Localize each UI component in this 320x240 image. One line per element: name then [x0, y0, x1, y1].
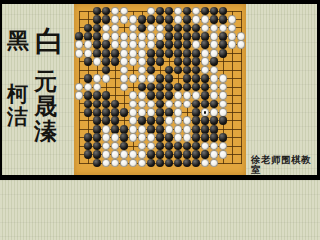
white-stone [102, 133, 111, 142]
black-stone [84, 74, 93, 83]
white-stone [210, 49, 219, 58]
white-stone [165, 116, 174, 125]
black-stone [102, 108, 111, 117]
black-stone [174, 49, 183, 58]
black-stone [192, 66, 201, 75]
black-stone [111, 108, 120, 117]
white-stone [120, 32, 129, 41]
black-stone [210, 7, 219, 16]
black-stone [192, 100, 201, 109]
black-stone [156, 108, 165, 117]
white-stone [102, 24, 111, 33]
black-stone [174, 57, 183, 66]
black-stone [201, 125, 210, 134]
white-stone [183, 125, 192, 134]
black-stone [174, 159, 183, 168]
white-stone [111, 142, 120, 151]
black-stone [156, 142, 165, 151]
black-stone [156, 91, 165, 100]
white-stone [129, 24, 138, 33]
white-stone [111, 133, 120, 142]
white-stone [147, 74, 156, 83]
white-stone [147, 142, 156, 151]
white-stone [111, 15, 120, 24]
black-stone [84, 91, 93, 100]
white-stone [228, 15, 237, 24]
white-stone [192, 15, 201, 24]
white-stone [102, 32, 111, 41]
black-stone [138, 24, 147, 33]
black-stone [192, 116, 201, 125]
white-stone [138, 125, 147, 134]
black-stone [210, 133, 219, 142]
white-stone [201, 142, 210, 151]
black-stone [147, 125, 156, 134]
black-stone [111, 49, 120, 58]
black-stone [165, 24, 174, 33]
black-stone [120, 142, 129, 151]
black-stone [183, 24, 192, 33]
black-stone [201, 32, 210, 41]
black-stone [120, 108, 129, 117]
white-stone [192, 91, 201, 100]
white-stone [102, 150, 111, 159]
white-stone [210, 40, 219, 49]
white-stone [129, 91, 138, 100]
black-stone [84, 100, 93, 109]
black-stone [147, 66, 156, 75]
black-stone [183, 142, 192, 151]
black-stone [156, 74, 165, 83]
white-stone [120, 74, 129, 83]
black-stone [84, 32, 93, 41]
black-stone [192, 24, 201, 33]
white-stone [111, 32, 120, 41]
white-stone [120, 15, 129, 24]
black-stone [93, 40, 102, 49]
black-stone [219, 40, 228, 49]
black-stone [93, 91, 102, 100]
black-stone [93, 24, 102, 33]
white-stone [201, 159, 210, 168]
white-stone [111, 40, 120, 49]
white-stone [219, 74, 228, 83]
white-stone [84, 83, 93, 92]
white-stone [174, 108, 183, 117]
black-stone [156, 7, 165, 16]
white-stone [138, 100, 147, 109]
black-stone [93, 159, 102, 168]
black-stone [93, 32, 102, 41]
white-stone [93, 83, 102, 92]
black-stone [210, 100, 219, 109]
white-stone [147, 133, 156, 142]
white-stone [120, 49, 129, 58]
black-stone [192, 133, 201, 142]
white-stone [156, 24, 165, 33]
black-stone [201, 40, 210, 49]
white-stone [120, 159, 129, 168]
white-stone [219, 108, 228, 117]
black-stone [192, 57, 201, 66]
black-stone [111, 125, 120, 134]
black-side-label: 黑 [7, 30, 29, 52]
black-stone [84, 108, 93, 117]
black-stone [165, 49, 174, 58]
white-stone [147, 108, 156, 117]
white-stone [237, 32, 246, 41]
black-stone [183, 74, 192, 83]
black-stone [210, 116, 219, 125]
white-stone [84, 40, 93, 49]
white-stone [129, 57, 138, 66]
white-stone [174, 133, 183, 142]
black-stone [147, 91, 156, 100]
go-board[interactable] [74, 4, 246, 175]
black-stone [102, 66, 111, 75]
black-stone [201, 133, 210, 142]
white-stone [174, 15, 183, 24]
black-stone [147, 159, 156, 168]
black-stone [156, 49, 165, 58]
white-stone [201, 66, 210, 75]
white-stone [120, 83, 129, 92]
black-stone [156, 116, 165, 125]
white-side-label: 白 [35, 27, 64, 56]
white-stone [210, 150, 219, 159]
black-stone [192, 108, 201, 117]
black-stone [183, 159, 192, 168]
black-stone [93, 15, 102, 24]
white-stone [174, 116, 183, 125]
white-stone [129, 40, 138, 49]
white-stone [228, 40, 237, 49]
white-stone [201, 57, 210, 66]
black-stone [174, 142, 183, 151]
black-stone [147, 49, 156, 58]
black-stone [192, 159, 201, 168]
white-stone [138, 142, 147, 151]
black-stone [102, 7, 111, 16]
white-stone [129, 49, 138, 58]
black-stone [156, 150, 165, 159]
black-stone [210, 15, 219, 24]
black-stone [93, 150, 102, 159]
black-stone [183, 57, 192, 66]
black-stone [165, 91, 174, 100]
black-stone [165, 66, 174, 75]
white-stone [147, 40, 156, 49]
black-stone [111, 116, 120, 125]
white-stone [210, 32, 219, 41]
black-stone [219, 7, 228, 16]
white-stone [201, 15, 210, 24]
black-stone [192, 32, 201, 41]
black-stone [84, 133, 93, 142]
white-stone [120, 7, 129, 16]
white-stone [174, 125, 183, 134]
black-stone [147, 150, 156, 159]
white-stone [174, 100, 183, 109]
black-stone [174, 32, 183, 41]
black-stone [156, 40, 165, 49]
black-stone [183, 15, 192, 24]
black-stone [183, 66, 192, 75]
white-stone [147, 100, 156, 109]
white-stone [192, 40, 201, 49]
black-stone [210, 57, 219, 66]
black-stone [84, 24, 93, 33]
white-stone [210, 66, 219, 75]
white-stone [111, 150, 120, 159]
black-stone [174, 66, 183, 75]
black-stone [165, 142, 174, 151]
black-stone [111, 100, 120, 109]
white-stone [84, 49, 93, 58]
black-stone [156, 133, 165, 142]
white-stone [129, 125, 138, 134]
letterbox-left [0, 0, 2, 180]
white-stone [138, 159, 147, 168]
white-stone [120, 57, 129, 66]
letterbox-bottom [0, 175, 320, 180]
black-stone [183, 40, 192, 49]
black-stone [192, 125, 201, 134]
black-stone [120, 125, 129, 134]
white-stone [201, 24, 210, 33]
white-stone [228, 32, 237, 41]
white-stone [210, 74, 219, 83]
white-stone [93, 57, 102, 66]
white-stone [129, 150, 138, 159]
white-stone [138, 108, 147, 117]
black-stone [93, 125, 102, 134]
black-stone [93, 133, 102, 142]
white-stone [138, 66, 147, 75]
white-stone [120, 66, 129, 75]
black-stone [84, 57, 93, 66]
black-stone [219, 32, 228, 41]
black-stone [102, 15, 111, 24]
black-stone [102, 100, 111, 109]
black-stone [165, 108, 174, 117]
white-stone [93, 74, 102, 83]
black-stone [93, 7, 102, 16]
black-stone [147, 57, 156, 66]
black-stone [165, 74, 174, 83]
white-stone [111, 7, 120, 16]
black-stone [174, 83, 183, 92]
white-stone [228, 24, 237, 33]
white-stone [210, 142, 219, 151]
white-stone [111, 24, 120, 33]
black-player-name: 柯洁 [7, 82, 29, 128]
black-stone [102, 91, 111, 100]
black-stone [192, 74, 201, 83]
white-stone [120, 40, 129, 49]
white-stone [210, 91, 219, 100]
white-stone [147, 32, 156, 41]
black-stone [102, 57, 111, 66]
white-stone [174, 7, 183, 16]
white-stone [165, 100, 174, 109]
white-stone [210, 24, 219, 33]
black-stone [156, 100, 165, 109]
white-stone [138, 74, 147, 83]
black-stone [201, 74, 210, 83]
black-stone [165, 15, 174, 24]
black-stone [192, 49, 201, 58]
black-stone [174, 150, 183, 159]
black-stone [183, 49, 192, 58]
black-stone [201, 150, 210, 159]
black-stone [102, 116, 111, 125]
white-stone [219, 83, 228, 92]
black-stone [219, 133, 228, 142]
black-stone [93, 142, 102, 151]
white-stone [138, 150, 147, 159]
white-stone [210, 159, 219, 168]
white-stone [75, 83, 84, 92]
black-stone [192, 150, 201, 159]
white-stone [111, 159, 120, 168]
white-stone [138, 32, 147, 41]
white-stone [102, 142, 111, 151]
white-stone [219, 24, 228, 33]
white-stone [129, 133, 138, 142]
white-stone [165, 125, 174, 134]
white-stone [138, 49, 147, 58]
channel-watermark: 徐老师围棋教室 [251, 155, 320, 174]
black-stone [201, 91, 210, 100]
white-stone [219, 100, 228, 109]
white-stone [138, 133, 147, 142]
black-stone [165, 40, 174, 49]
black-stone [75, 32, 84, 41]
white-stone [75, 49, 84, 58]
video-thumbnail: { "game": "go", "board_size": 19, "label… [0, 0, 320, 180]
black-stone [156, 125, 165, 134]
white-stone [219, 142, 228, 151]
white-stone [129, 32, 138, 41]
black-stone [165, 83, 174, 92]
white-stone [210, 108, 219, 117]
black-stone [84, 142, 93, 151]
black-stone [201, 116, 210, 125]
white-stone [183, 91, 192, 100]
black-stone [147, 116, 156, 125]
white-stone [129, 159, 138, 168]
black-stone [111, 57, 120, 66]
black-stone [156, 15, 165, 24]
black-stone [156, 57, 165, 66]
black-stone [147, 83, 156, 92]
black-stone [120, 133, 129, 142]
black-stone [219, 49, 228, 58]
white-stone [138, 57, 147, 66]
white-stone-last-move [201, 108, 210, 117]
white-stone [138, 91, 147, 100]
white-stone [129, 74, 138, 83]
black-stone [201, 83, 210, 92]
black-stone [174, 24, 183, 33]
black-stone [138, 116, 147, 125]
white-stone [192, 7, 201, 16]
black-stone [183, 32, 192, 41]
white-stone [147, 7, 156, 16]
black-stone [138, 15, 147, 24]
black-stone [84, 150, 93, 159]
black-stone [174, 40, 183, 49]
black-stone [219, 15, 228, 24]
black-stone [165, 7, 174, 16]
white-stone [138, 40, 147, 49]
white-stone [129, 116, 138, 125]
white-stone [219, 91, 228, 100]
white-stone [201, 49, 210, 58]
white-stone [219, 150, 228, 159]
white-stone [237, 40, 246, 49]
white-stone [129, 100, 138, 109]
white-stone [102, 159, 111, 168]
black-stone [93, 100, 102, 109]
black-stone [93, 108, 102, 117]
black-stone [156, 159, 165, 168]
black-stone [156, 83, 165, 92]
black-stone [192, 83, 201, 92]
black-stone [165, 133, 174, 142]
black-stone [219, 116, 228, 125]
white-player-name: 元晟溱 [34, 69, 58, 144]
black-stone [210, 125, 219, 134]
white-stone [129, 15, 138, 24]
black-stone [93, 116, 102, 125]
black-stone [102, 49, 111, 58]
white-stone [120, 150, 129, 159]
black-stone [201, 100, 210, 109]
white-stone [147, 24, 156, 33]
white-stone [75, 40, 84, 49]
black-stone [183, 150, 192, 159]
black-stone [183, 83, 192, 92]
black-stone [102, 40, 111, 49]
white-stone [183, 116, 192, 125]
white-stone [102, 125, 111, 134]
white-stone [210, 83, 219, 92]
white-stone [183, 100, 192, 109]
white-stone [75, 91, 84, 100]
white-stone [156, 32, 165, 41]
white-stone [183, 133, 192, 142]
black-stone [138, 83, 147, 92]
black-stone [165, 159, 174, 168]
black-stone [165, 150, 174, 159]
black-stone [201, 7, 210, 16]
black-stone [93, 49, 102, 58]
black-stone [183, 7, 192, 16]
white-stone [174, 91, 183, 100]
black-stone [165, 32, 174, 41]
black-stone [192, 142, 201, 151]
white-stone [102, 74, 111, 83]
white-stone [129, 108, 138, 117]
black-stone [147, 15, 156, 24]
